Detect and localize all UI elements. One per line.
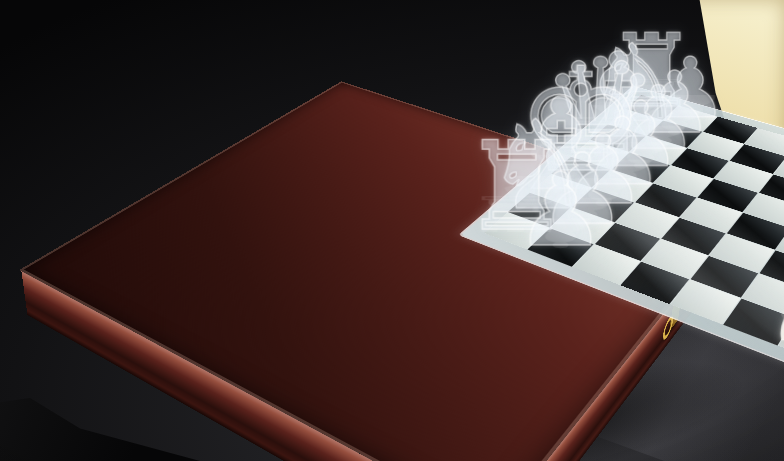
square-f3	[616, 203, 679, 239]
piece-clear-rook: ♜	[462, 125, 572, 247]
board-grid: ♜♞♝♛♚♝♞♜♟♟♟♟♟♟♟♟♟♟♟♟♟♟♟♟♜♞♝♛♚♝♞♜	[484, 95, 784, 392]
case-top-wood-frame: ♜♞♝♛♚♝♞♜♟♟♟♟♟♟♟♟♟♟♟♟♟♟♟♟♜♞♝♛♚♝♞♜	[19, 81, 743, 461]
scene-3d: ♜♞♝♛♚♝♞♜♟♟♟♟♟♟♟♟♟♟♟♟♟♟♟♟♜♞♝♛♚♝♞♜	[0, 0, 784, 461]
glass-chess-set-photo: ♜♞♝♛♚♝♞♜♟♟♟♟♟♟♟♟♟♟♟♟♟♟♟♟♜♞♝♛♚♝♞♜	[0, 0, 784, 461]
square-h1: ♜	[484, 213, 549, 250]
square-g2: ♟	[550, 208, 614, 244]
square-h5	[670, 280, 740, 325]
